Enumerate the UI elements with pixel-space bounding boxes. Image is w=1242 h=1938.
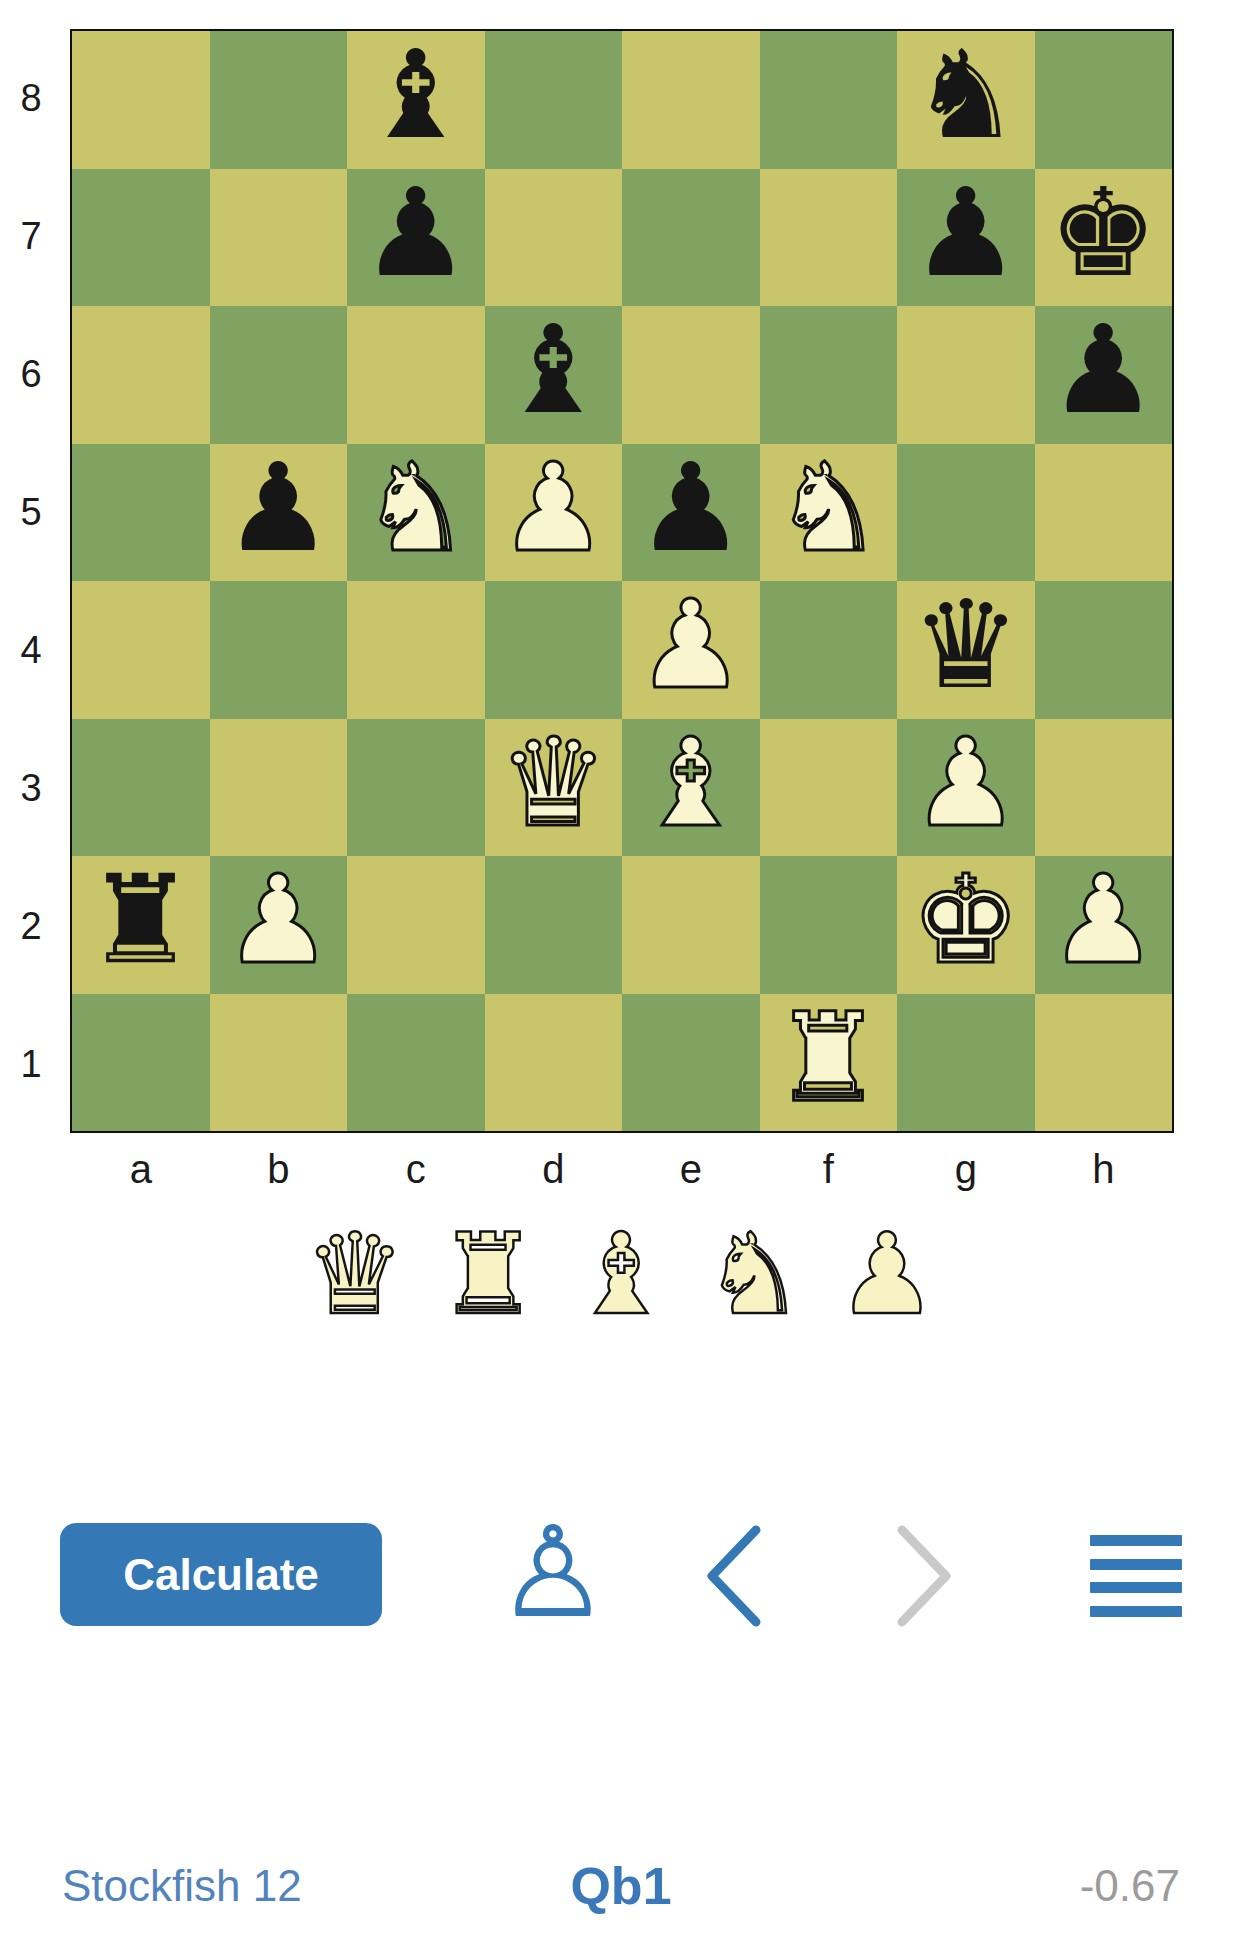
square-e3[interactable]: ♝ <box>622 719 760 857</box>
chevron-left-icon[interactable] <box>700 1524 770 1628</box>
square-b8[interactable] <box>210 31 348 169</box>
white-pawn-b2: ♟ <box>224 856 333 990</box>
black-knight-g8: ♞ <box>911 31 1020 165</box>
square-f5[interactable]: ♞ <box>760 444 898 582</box>
best-move-label[interactable]: Qb1 <box>0 1850 1242 1922</box>
square-c1[interactable] <box>347 994 485 1132</box>
square-d7[interactable] <box>485 169 623 307</box>
square-a5[interactable] <box>72 444 210 582</box>
square-h8[interactable] <box>1035 31 1173 169</box>
black-pawn-e5: ♟ <box>636 444 745 578</box>
square-g4[interactable]: ♛ <box>897 581 1035 719</box>
white-queen-d3: ♛ <box>499 719 608 853</box>
black-queen-g4: ♛ <box>911 581 1020 715</box>
white-knight-f5: ♞ <box>774 444 883 578</box>
pawn-outline-icon[interactable]: ♙ <box>488 1508 618 1638</box>
chevron-right-icon[interactable] <box>888 1524 958 1628</box>
square-h2[interactable]: ♟ <box>1035 856 1173 994</box>
square-c6[interactable] <box>347 306 485 444</box>
square-h3[interactable] <box>1035 719 1173 857</box>
square-e1[interactable] <box>622 994 760 1132</box>
square-g3[interactable]: ♟ <box>897 719 1035 857</box>
chess-analysis-screen: 87654321 ♝♞♟♟♚♝♟♟♞♟♟♞♟♛♛♝♟♜♟♚♟♜ abcdefgh… <box>0 0 1242 1938</box>
rank-label-6: 6 <box>0 305 62 443</box>
square-c3[interactable] <box>347 719 485 857</box>
tray-white-queen[interactable]: ♛ <box>289 1212 422 1342</box>
rank-label-4: 4 <box>0 581 62 719</box>
square-d2[interactable] <box>485 856 623 994</box>
square-a1[interactable] <box>72 994 210 1132</box>
black-pawn-h6: ♟ <box>1049 306 1158 440</box>
evaluation-value: -0.67 <box>1080 1850 1180 1922</box>
white-pawn-h2: ♟ <box>1049 856 1158 990</box>
square-b7[interactable] <box>210 169 348 307</box>
hamburger-menu-icon[interactable] <box>1090 1535 1182 1617</box>
square-c2[interactable] <box>347 856 485 994</box>
calculate-button[interactable]: Calculate <box>60 1523 382 1626</box>
black-rook-a2: ♜ <box>86 856 195 990</box>
square-g2[interactable]: ♚ <box>897 856 1035 994</box>
black-king-h7: ♚ <box>1049 169 1158 303</box>
white-pawn-d5: ♟ <box>499 444 608 578</box>
file-label-g: g <box>897 1140 1035 1198</box>
square-f2[interactable] <box>760 856 898 994</box>
square-c7[interactable]: ♟ <box>347 169 485 307</box>
square-c4[interactable] <box>347 581 485 719</box>
square-d5[interactable]: ♟ <box>485 444 623 582</box>
black-bishop-c8: ♝ <box>361 31 470 165</box>
square-f7[interactable] <box>760 169 898 307</box>
square-d8[interactable] <box>485 31 623 169</box>
white-knight-c5: ♞ <box>361 444 470 578</box>
black-pawn-c7: ♟ <box>361 169 470 303</box>
square-h5[interactable] <box>1035 444 1173 582</box>
rank-label-3: 3 <box>0 719 62 857</box>
tray-white-pawn[interactable]: ♟ <box>821 1212 954 1342</box>
square-e7[interactable] <box>622 169 760 307</box>
square-a4[interactable] <box>72 581 210 719</box>
square-a3[interactable] <box>72 719 210 857</box>
square-a8[interactable] <box>72 31 210 169</box>
square-d6[interactable]: ♝ <box>485 306 623 444</box>
white-pawn-g3: ♟ <box>911 719 1020 853</box>
black-pawn-b5: ♟ <box>224 444 333 578</box>
square-h7[interactable]: ♚ <box>1035 169 1173 307</box>
file-label-b: b <box>210 1140 348 1198</box>
square-b4[interactable] <box>210 581 348 719</box>
piece-tray: ♛♜♝♞♟ <box>0 1212 1242 1342</box>
square-f6[interactable] <box>760 306 898 444</box>
white-rook-f1: ♜ <box>774 994 883 1128</box>
white-bishop-e3: ♝ <box>636 719 745 853</box>
square-d1[interactable] <box>485 994 623 1132</box>
rank-label-7: 7 <box>0 167 62 305</box>
square-g1[interactable] <box>897 994 1035 1132</box>
square-e6[interactable] <box>622 306 760 444</box>
square-d4[interactable] <box>485 581 623 719</box>
square-a2[interactable]: ♜ <box>72 856 210 994</box>
square-b3[interactable] <box>210 719 348 857</box>
rank-label-2: 2 <box>0 857 62 995</box>
file-label-d: d <box>485 1140 623 1198</box>
white-king-g2: ♚ <box>911 856 1020 990</box>
square-c8[interactable]: ♝ <box>347 31 485 169</box>
square-a6[interactable] <box>72 306 210 444</box>
square-e8[interactable] <box>622 31 760 169</box>
square-g5[interactable] <box>897 444 1035 582</box>
square-f8[interactable] <box>760 31 898 169</box>
file-label-e: e <box>622 1140 760 1198</box>
board: ♝♞♟♟♚♝♟♟♞♟♟♞♟♛♛♝♟♜♟♚♟♜ <box>70 29 1174 1133</box>
square-e5[interactable]: ♟ <box>622 444 760 582</box>
file-label-f: f <box>760 1140 898 1198</box>
square-f4[interactable] <box>760 581 898 719</box>
square-h4[interactable] <box>1035 581 1173 719</box>
file-labels: abcdefgh <box>72 1140 1172 1198</box>
square-c5[interactable]: ♞ <box>347 444 485 582</box>
file-label-c: c <box>347 1140 485 1198</box>
square-g8[interactable]: ♞ <box>897 31 1035 169</box>
square-a7[interactable] <box>72 169 210 307</box>
status-bar: Stockfish 12 Qb1 -0.67 <box>0 1850 1242 1922</box>
square-g6[interactable] <box>897 306 1035 444</box>
rank-label-8: 8 <box>0 29 62 167</box>
square-e4[interactable]: ♟ <box>622 581 760 719</box>
black-pawn-g7: ♟ <box>911 169 1020 303</box>
square-b1[interactable] <box>210 994 348 1132</box>
black-bishop-d6: ♝ <box>499 306 608 440</box>
square-h6[interactable]: ♟ <box>1035 306 1173 444</box>
rank-labels: 87654321 <box>0 29 62 1133</box>
square-b5[interactable]: ♟ <box>210 444 348 582</box>
square-b6[interactable] <box>210 306 348 444</box>
tray-white-rook[interactable]: ♜ <box>422 1212 555 1342</box>
square-h1[interactable] <box>1035 994 1173 1132</box>
rank-label-1: 1 <box>0 995 62 1133</box>
square-g7[interactable]: ♟ <box>897 169 1035 307</box>
square-f3[interactable] <box>760 719 898 857</box>
rank-label-5: 5 <box>0 443 62 581</box>
file-label-a: a <box>72 1140 210 1198</box>
tray-white-bishop[interactable]: ♝ <box>555 1212 688 1342</box>
square-e2[interactable] <box>622 856 760 994</box>
white-pawn-e4: ♟ <box>636 581 745 715</box>
square-f1[interactable]: ♜ <box>760 994 898 1132</box>
square-b2[interactable]: ♟ <box>210 856 348 994</box>
square-d3[interactable]: ♛ <box>485 719 623 857</box>
file-label-h: h <box>1035 1140 1173 1198</box>
tray-white-knight[interactable]: ♞ <box>688 1212 821 1342</box>
